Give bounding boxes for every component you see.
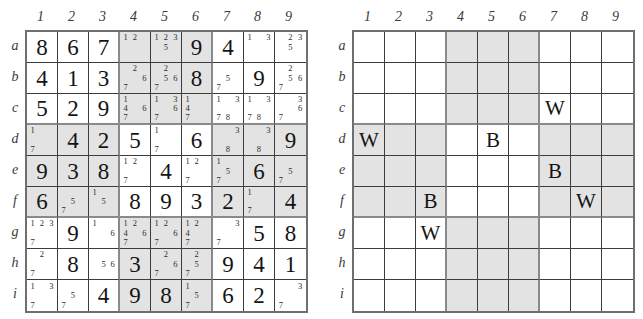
left-cell-e2[interactable]: 3 (58, 156, 89, 187)
right-cell-f8[interactable]: W (571, 187, 602, 218)
right-cell-a1[interactable] (354, 32, 385, 63)
left-cell-f3[interactable]: 15 (89, 187, 120, 218)
cell-digit: 8 (89, 156, 118, 186)
left-cell-f2[interactable]: 57 (58, 187, 89, 218)
cell-digit: 4 (27, 63, 57, 93)
right-col-label-5: 5 (488, 9, 495, 25)
right-cell-a4[interactable] (447, 32, 478, 63)
right-cell-g1[interactable] (354, 218, 385, 249)
pencil-mark-3: 3 (264, 33, 273, 42)
pencil-mark-6: 6 (171, 104, 180, 113)
pencil-mark-3: 3 (47, 219, 56, 228)
left-cell-a3[interactable]: 7 (89, 32, 120, 63)
cell-digit: 3 (182, 187, 211, 216)
right-cell-f5[interactable] (478, 187, 509, 218)
left-cell-a6[interactable]: 9 (182, 32, 213, 63)
right-cell-d1[interactable]: W (354, 125, 385, 156)
pencil-marks: 17 (245, 188, 273, 215)
pencil-marks: 127 (183, 157, 210, 185)
right-cell-b6[interactable] (509, 63, 540, 94)
right-cell-i8[interactable] (571, 280, 602, 311)
pencil-mark-7: 7 (28, 269, 37, 278)
cell-digit: 3 (58, 156, 88, 186)
left-cell-c5[interactable]: 1367 (151, 94, 182, 125)
pencil-marks: 1235 (152, 33, 180, 61)
left-cell-h8[interactable]: 4 (244, 249, 275, 280)
pencil-mark-7: 7 (214, 238, 223, 247)
pencil-marks: 17 (152, 126, 180, 154)
right-cell-b3[interactable] (416, 63, 447, 94)
left-cell-e4[interactable]: 127 (120, 156, 151, 187)
right-cell-c2[interactable] (385, 94, 416, 125)
pencil-marks: 1237 (28, 219, 56, 247)
left-row-label-i: i (13, 286, 17, 302)
right-row-label-a: a (339, 38, 346, 54)
right-cell-h1[interactable] (354, 249, 385, 280)
cell-digit: 4 (151, 156, 181, 186)
pencil-mark-1: 1 (90, 188, 99, 197)
chain-letter: W (416, 218, 445, 248)
pencil-mark-7: 7 (28, 145, 37, 154)
pencil-mark-6: 6 (295, 104, 305, 113)
right-cell-b1[interactable] (354, 63, 385, 94)
right-cell-d2[interactable] (385, 125, 416, 156)
pencil-marks: 1267 (152, 219, 180, 247)
pencil-mark-6: 6 (295, 73, 305, 82)
left-cell-c4[interactable]: 1467 (120, 94, 151, 125)
chain-letter: B (478, 125, 508, 155)
right-cell-e9[interactable] (602, 156, 633, 187)
right-cell-i5[interactable] (478, 280, 509, 311)
pencil-marks: 127 (121, 157, 149, 185)
right-cell-a5[interactable] (478, 32, 509, 63)
left-cell-d3[interactable]: 2 (89, 125, 120, 156)
left-cell-e9[interactable]: 57 (275, 156, 306, 187)
cell-digit: 2 (244, 280, 274, 311)
left-col-label-1: 1 (37, 9, 44, 25)
pencil-mark-7: 7 (28, 238, 37, 247)
right-cell-e1[interactable] (354, 156, 385, 187)
left-cell-h3[interactable]: 56 (89, 249, 120, 280)
right-cell-b5[interactable] (478, 63, 509, 94)
left-cell-e7[interactable]: 157 (213, 156, 244, 187)
right-cell-h7[interactable] (540, 249, 571, 280)
left-cell-h5[interactable]: 267 (151, 249, 182, 280)
cell-digit: 7 (89, 32, 118, 62)
left-cell-d9[interactable]: 9 (275, 125, 306, 156)
left-cell-g4[interactable]: 12467 (120, 218, 151, 249)
left-cell-c1[interactable]: 5 (27, 94, 58, 125)
pencil-mark-7: 7 (183, 238, 192, 247)
left-cell-c7[interactable]: 1378 (213, 94, 244, 125)
left-cell-f1[interactable]: 6 (27, 187, 58, 218)
cell-digit: 2 (58, 94, 88, 123)
right-cell-d9[interactable] (602, 125, 633, 156)
left-cell-d2[interactable]: 4 (58, 125, 89, 156)
cell-digit: 9 (244, 63, 274, 93)
pencil-marks: 1367 (152, 95, 180, 122)
pencil-mark-1: 1 (90, 219, 99, 228)
right-cell-g3[interactable]: W (416, 218, 447, 249)
cell-digit: 5 (120, 125, 150, 155)
pencil-mark-7: 7 (245, 113, 254, 122)
right-cell-i9[interactable] (602, 280, 633, 311)
left-row-labels: abcdefghi (5, 30, 25, 313)
chain-letter: W (540, 94, 570, 123)
right-cell-g9[interactable] (602, 218, 633, 249)
pencil-mark-7: 7 (183, 176, 192, 185)
cell-digit: 4 (89, 280, 118, 311)
right-cell-e8[interactable] (571, 156, 602, 187)
left-cell-b4[interactable]: 267 (120, 63, 151, 94)
right-cell-a6[interactable] (509, 32, 540, 63)
right-cell-f6[interactable] (509, 187, 540, 218)
right-cell-a3[interactable] (416, 32, 447, 63)
left-cell-c3[interactable]: 9 (89, 94, 120, 125)
right-cell-c6[interactable] (509, 94, 540, 125)
left-cell-c2[interactable]: 2 (58, 94, 89, 125)
right-cell-h5[interactable] (478, 249, 509, 280)
right-cell-c7[interactable]: W (540, 94, 571, 125)
left-cell-h4[interactable]: 3 (120, 249, 151, 280)
right-cell-f9[interactable] (602, 187, 633, 218)
right-cell-h8[interactable] (571, 249, 602, 280)
right-cell-e4[interactable] (447, 156, 478, 187)
left-col-label-7: 7 (223, 9, 230, 25)
left-cell-b7[interactable]: 57 (213, 63, 244, 94)
right-cell-f4[interactable] (447, 187, 478, 218)
pencil-marks: 235 (276, 33, 305, 61)
pencil-mark-3: 3 (264, 126, 273, 135)
left-cell-c8[interactable]: 1378 (244, 94, 275, 125)
right-cell-h6[interactable] (509, 249, 540, 280)
right-cell-d8[interactable] (571, 125, 602, 156)
right-cell-a2[interactable] (385, 32, 416, 63)
left-cell-d1[interactable]: 17 (27, 125, 58, 156)
left-grid: 8671212359413235413267256785792567529146… (25, 30, 308, 313)
pencil-mark-5: 5 (223, 166, 232, 175)
right-cell-c4[interactable] (447, 94, 478, 125)
left-cell-i7[interactable]: 6 (213, 280, 244, 311)
right-row-labels: abcdefghi (332, 30, 352, 313)
left-cell-i6[interactable]: 157 (182, 280, 213, 311)
right-cell-h9[interactable] (602, 249, 633, 280)
right-cell-f3[interactable]: B (416, 187, 447, 218)
left-cell-i2[interactable]: 57 (58, 280, 89, 311)
right-cell-e7[interactable]: B (540, 156, 571, 187)
pencil-mark-2: 2 (161, 64, 170, 73)
left-cell-g5[interactable]: 1267 (151, 218, 182, 249)
left-cell-b6[interactable]: 8 (182, 63, 213, 94)
pencil-mark-3: 3 (233, 219, 242, 228)
pencil-mark-1: 1 (214, 95, 223, 104)
pencil-mark-7: 7 (152, 269, 161, 278)
right-cell-e6[interactable] (509, 156, 540, 187)
pencil-marks: 37 (214, 219, 242, 247)
right-cell-b7[interactable] (540, 63, 571, 94)
right-cell-d7[interactable] (540, 125, 571, 156)
pencil-mark-6: 6 (171, 73, 180, 82)
right-cell-b9[interactable] (602, 63, 633, 94)
pencil-mark-3: 3 (233, 95, 242, 104)
left-cell-a2[interactable]: 6 (58, 32, 89, 63)
right-cell-g4[interactable] (447, 218, 478, 249)
left-cell-h6[interactable]: 257 (182, 249, 213, 280)
left-cell-h7[interactable]: 9 (213, 249, 244, 280)
left-cell-c9[interactable]: 367 (275, 94, 306, 125)
left-cell-d8[interactable]: 38 (244, 125, 275, 156)
left-cell-f9[interactable]: 4 (275, 187, 306, 218)
pencil-marks: 13 (245, 33, 273, 61)
left-cell-i1[interactable]: 137 (27, 280, 58, 311)
pencil-marks: 12 (121, 33, 149, 61)
left-cell-e6[interactable]: 127 (182, 156, 213, 187)
pencil-mark-1: 1 (183, 157, 192, 166)
pencil-marks: 27 (28, 250, 56, 278)
right-cell-f2[interactable] (385, 187, 416, 218)
left-cell-h2[interactable]: 8 (58, 249, 89, 280)
left-cell-g7[interactable]: 37 (213, 218, 244, 249)
right-cell-g7[interactable] (540, 218, 571, 249)
pencil-marks: 267 (121, 64, 149, 92)
pencil-mark-6: 6 (140, 73, 149, 82)
left-cell-d5[interactable]: 17 (151, 125, 182, 156)
left-cell-g6[interactable]: 1247 (182, 218, 213, 249)
left-cell-c6[interactable]: 147 (182, 94, 213, 125)
left-cell-a4[interactable]: 12 (120, 32, 151, 63)
cell-digit: 2 (89, 125, 118, 155)
pencil-mark-2: 2 (286, 64, 296, 73)
left-cell-i3[interactable]: 4 (89, 280, 120, 311)
chain-letter: B (540, 156, 570, 186)
pencil-marks: 38 (214, 126, 242, 154)
cell-digit: 9 (120, 280, 150, 311)
pencil-mark-3: 3 (233, 126, 242, 135)
pencil-marks: 12467 (121, 219, 149, 247)
right-cell-g6[interactable] (509, 218, 540, 249)
left-cell-b9[interactable]: 2567 (275, 63, 306, 94)
right-cell-c3[interactable] (416, 94, 447, 125)
right-row-label-d: d (339, 131, 346, 147)
right-cell-b8[interactable] (571, 63, 602, 94)
right-cell-i7[interactable] (540, 280, 571, 311)
left-col-label-5: 5 (161, 9, 168, 25)
pencil-mark-7: 7 (183, 113, 192, 122)
right-cell-i4[interactable] (447, 280, 478, 311)
pencil-mark-7: 7 (59, 300, 68, 310)
right-col-label-2: 2 (395, 9, 402, 25)
right-cell-b4[interactable] (447, 63, 478, 94)
right-cell-e2[interactable] (385, 156, 416, 187)
cell-digit: 4 (58, 125, 88, 155)
right-cell-g8[interactable] (571, 218, 602, 249)
pencil-mark-7: 7 (214, 113, 223, 122)
right-cell-h2[interactable] (385, 249, 416, 280)
pencil-mark-7: 7 (121, 238, 130, 247)
right-cell-a9[interactable] (602, 32, 633, 63)
left-cell-e3[interactable]: 8 (89, 156, 120, 187)
left-cell-f5[interactable]: 9 (151, 187, 182, 218)
right-row-label-b: b (339, 69, 346, 85)
pencil-mark-1: 1 (245, 33, 254, 42)
left-cell-h1[interactable]: 27 (27, 249, 58, 280)
pencil-mark-6: 6 (108, 228, 117, 237)
right-cell-c8[interactable] (571, 94, 602, 125)
pencil-marks: 37 (276, 281, 305, 310)
left-cell-e5[interactable]: 4 (151, 156, 182, 187)
right-cell-i1[interactable] (354, 280, 385, 311)
left-cell-a8[interactable]: 13 (244, 32, 275, 63)
pencil-mark-2: 2 (161, 219, 170, 228)
right-cell-c5[interactable] (478, 94, 509, 125)
left-cell-h9[interactable]: 1 (275, 249, 306, 280)
pencil-mark-7: 7 (152, 83, 161, 92)
pencil-mark-8: 8 (223, 145, 232, 154)
left-cell-g8[interactable]: 5 (244, 218, 275, 249)
cell-digit: 8 (58, 249, 88, 279)
pencil-mark-2: 2 (192, 250, 201, 259)
left-row-label-b: b (12, 69, 19, 85)
right-cell-e3[interactable] (416, 156, 447, 187)
pencil-mark-6: 6 (140, 228, 149, 237)
pencil-mark-1: 1 (28, 219, 37, 228)
cell-digit: 3 (120, 249, 150, 279)
pencil-mark-1: 1 (28, 126, 37, 135)
pencil-marks: 57 (59, 281, 87, 310)
left-col-label-4: 4 (130, 9, 137, 25)
pencil-marks: 267 (152, 250, 180, 278)
pencil-mark-5: 5 (161, 73, 170, 82)
pencil-mark-3: 3 (295, 281, 305, 291)
right-cell-b2[interactable] (385, 63, 416, 94)
pencil-mark-7: 7 (152, 113, 161, 122)
pencil-mark-2: 2 (161, 33, 170, 42)
cell-digit: 9 (58, 218, 88, 248)
left-cell-i8[interactable]: 2 (244, 280, 275, 311)
left-cell-b5[interactable]: 2567 (151, 63, 182, 94)
right-col-label-9: 9 (612, 9, 619, 25)
right-cell-f7[interactable] (540, 187, 571, 218)
left-cell-a1[interactable]: 8 (27, 32, 58, 63)
left-cell-i9[interactable]: 37 (275, 280, 306, 311)
pencil-mark-1: 1 (214, 157, 223, 166)
right-cell-i2[interactable] (385, 280, 416, 311)
pencil-marks: 38 (245, 126, 273, 154)
right-cell-a7[interactable] (540, 32, 571, 63)
pencil-mark-7: 7 (121, 83, 130, 92)
right-cell-f1[interactable] (354, 187, 385, 218)
cell-digit: 4 (244, 249, 274, 279)
pencil-mark-2: 2 (192, 219, 201, 228)
right-col-label-7: 7 (550, 9, 557, 25)
pencil-mark-7: 7 (276, 83, 286, 92)
left-row-label-d: d (12, 131, 19, 147)
pencil-mark-5: 5 (99, 197, 108, 206)
right-cell-i3[interactable] (416, 280, 447, 311)
cell-digit: 8 (120, 187, 150, 216)
right-cell-g5[interactable] (478, 218, 509, 249)
left-cell-d7[interactable]: 38 (213, 125, 244, 156)
left-cell-f7[interactable]: 2 (213, 187, 244, 218)
left-cell-f6[interactable]: 3 (182, 187, 213, 218)
cell-digit: 4 (213, 32, 243, 62)
pencil-marks: 1378 (245, 95, 273, 122)
left-cell-a5[interactable]: 1235 (151, 32, 182, 63)
pencil-mark-3: 3 (295, 33, 305, 42)
left-cell-g1[interactable]: 1237 (27, 218, 58, 249)
pencil-mark-7: 7 (276, 176, 286, 185)
pencil-mark-7: 7 (121, 113, 130, 122)
pencil-marks: 16 (90, 219, 117, 247)
left-cell-a7[interactable]: 4 (213, 32, 244, 63)
right-cell-c9[interactable] (602, 94, 633, 125)
left-cell-g9[interactable]: 8 (275, 218, 306, 249)
pencil-mark-8: 8 (254, 145, 263, 154)
left-cell-d4[interactable]: 5 (120, 125, 151, 156)
right-row-label-g: g (339, 224, 346, 240)
right-cell-g2[interactable] (385, 218, 416, 249)
pencil-mark-7: 7 (152, 145, 161, 154)
pencil-mark-6: 6 (171, 228, 180, 237)
left-cell-b2[interactable]: 1 (58, 63, 89, 94)
left-cell-i5[interactable]: 8 (151, 280, 182, 311)
left-cell-b8[interactable]: 9 (244, 63, 275, 94)
chain-letter: B (416, 187, 445, 216)
pencil-mark-3: 3 (264, 95, 273, 104)
right-cell-e5[interactable] (478, 156, 509, 187)
left-cell-f8[interactable]: 17 (244, 187, 275, 218)
left-cell-g2[interactable]: 9 (58, 218, 89, 249)
left-cell-b3[interactable]: 3 (89, 63, 120, 94)
pencil-mark-5: 5 (68, 197, 77, 206)
right-cell-h4[interactable] (447, 249, 478, 280)
right-cell-d5[interactable]: B (478, 125, 509, 156)
pencil-mark-8: 8 (223, 113, 232, 122)
pencil-marks: 2567 (152, 64, 180, 92)
right-cell-d4[interactable] (447, 125, 478, 156)
left-cell-g3[interactable]: 16 (89, 218, 120, 249)
pencil-mark-1: 1 (152, 95, 161, 104)
pencil-mark-2: 2 (161, 250, 170, 259)
left-col-label-8: 8 (254, 9, 261, 25)
left-cell-e1[interactable]: 9 (27, 156, 58, 187)
pencil-mark-5: 5 (286, 42, 296, 51)
right-cell-h3[interactable] (416, 249, 447, 280)
left-cell-i4[interactable]: 9 (120, 280, 151, 311)
left-cell-e8[interactable]: 6 (244, 156, 275, 187)
right-cell-d6[interactable] (509, 125, 540, 156)
left-cell-a9[interactable]: 235 (275, 32, 306, 63)
right-cell-c1[interactable] (354, 94, 385, 125)
left-row-label-h: h (12, 255, 19, 271)
cell-digit: 2 (213, 187, 243, 216)
right-cell-d3[interactable] (416, 125, 447, 156)
pencil-mark-1: 1 (121, 33, 130, 42)
pencil-marks: 1378 (214, 95, 242, 122)
left-cell-f4[interactable]: 8 (120, 187, 151, 218)
cell-digit: 9 (213, 249, 243, 279)
left-cell-d6[interactable]: 6 (182, 125, 213, 156)
pencil-mark-1: 1 (121, 219, 130, 228)
right-cell-a8[interactable] (571, 32, 602, 63)
pencil-mark-5: 5 (192, 291, 201, 301)
pencil-mark-2: 2 (130, 64, 139, 73)
right-cell-i6[interactable] (509, 280, 540, 311)
pencilmark-board: 123456789 abcdefghi 86712123594132354132… (5, 4, 308, 313)
pencil-mark-5: 5 (99, 259, 108, 268)
pencil-mark-7: 7 (276, 113, 286, 122)
left-cell-b1[interactable]: 4 (27, 63, 58, 94)
